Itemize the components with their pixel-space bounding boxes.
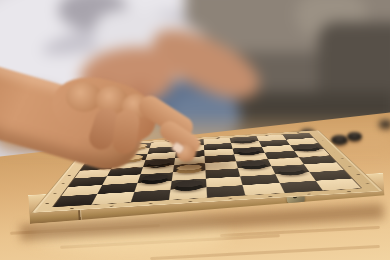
player-hand <box>0 0 390 260</box>
fingertip-shadow <box>176 162 206 170</box>
photo-scene: ●●●●●●●●●●●●● <box>0 0 390 260</box>
